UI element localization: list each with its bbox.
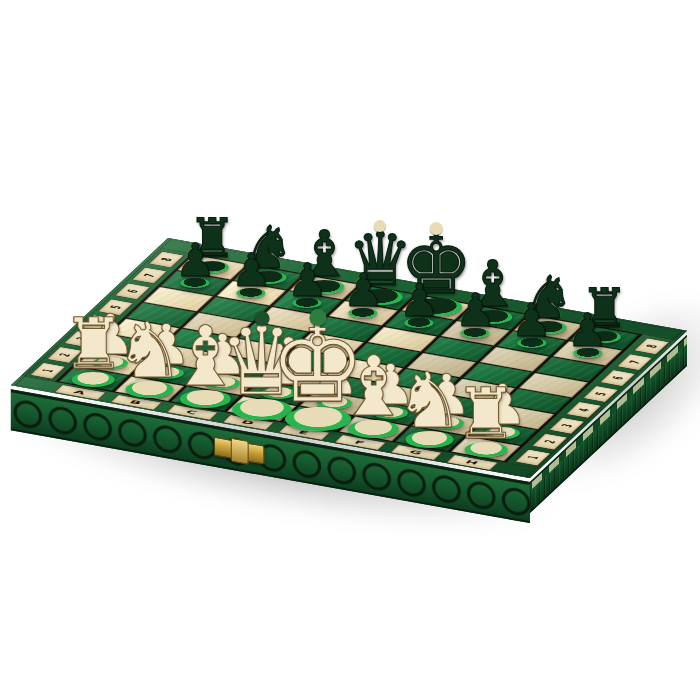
brass-clasp bbox=[214, 437, 265, 465]
queen-finial bbox=[254, 311, 269, 326]
piece-green-pawn[interactable]: ♟ bbox=[567, 307, 608, 358]
green-pawn-glyph: ♟ bbox=[399, 277, 440, 323]
king-finial bbox=[430, 222, 443, 235]
green-pawn-glyph: ♟ bbox=[567, 307, 608, 353]
brass-clasp-tongue bbox=[231, 438, 249, 465]
queen-finial bbox=[374, 220, 386, 232]
white-rook-glyph: ♜ bbox=[454, 379, 517, 449]
king-finial bbox=[309, 309, 326, 326]
piece-green-pawn[interactable]: ♟ bbox=[175, 237, 216, 288]
piece-green-pawn[interactable]: ♟ bbox=[231, 247, 272, 298]
piece-green-pawn[interactable]: ♟ bbox=[399, 277, 440, 328]
green-pawn-glyph: ♟ bbox=[511, 297, 552, 343]
piece-green-pawn[interactable]: ♟ bbox=[511, 297, 552, 348]
green-pawn-glyph: ♟ bbox=[231, 247, 272, 293]
green-pawn-glyph: ♟ bbox=[287, 257, 328, 303]
pieces-layer: ♜♞♝♛♚♝♞♜♟♟♟♟♟♟♟♟♟♟♟♟♟♟♟♟♜♞♝♛♚♝♞♜ bbox=[0, 0, 700, 700]
chess-set-photo: ABCDEFGH8877665544332211 ♜♞♝♛♚♝♞♜♟♟♟♟♟♟♟… bbox=[0, 0, 700, 700]
green-pawn-glyph: ♟ bbox=[175, 237, 216, 283]
green-pawn-glyph: ♟ bbox=[455, 287, 496, 333]
piece-white-rook[interactable]: ♜ bbox=[454, 379, 517, 457]
piece-green-pawn[interactable]: ♟ bbox=[287, 257, 328, 308]
piece-green-pawn[interactable]: ♟ bbox=[455, 287, 496, 338]
